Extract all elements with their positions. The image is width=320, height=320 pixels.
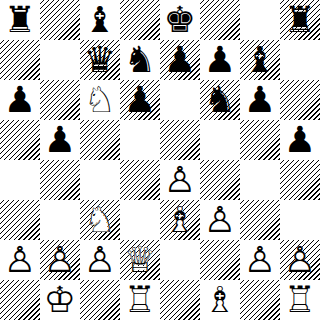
square-g7[interactable]: ♝ — [240, 40, 280, 80]
square-g8[interactable] — [240, 0, 280, 40]
piece-white-pawn: ♟♙ — [40, 240, 80, 280]
black-piece-glyph: ♝ — [80, 0, 120, 40]
black-piece-glyph: ♟ — [240, 80, 280, 120]
black-piece-glyph: ♜ — [0, 0, 40, 40]
square-b4[interactable] — [40, 160, 80, 200]
piece-white-pawn: ♟♙ — [160, 160, 200, 200]
white-piece-outline: ♘ — [80, 80, 120, 120]
square-c6[interactable]: ♞♘ — [80, 80, 120, 120]
black-piece-glyph: ♟ — [160, 40, 200, 80]
black-piece-glyph: ♟ — [40, 120, 80, 160]
square-c4[interactable] — [80, 160, 120, 200]
piece-black-pawn: ♟ — [160, 40, 200, 80]
square-c7[interactable]: ♛ — [80, 40, 120, 80]
black-piece-glyph: ♟ — [200, 40, 240, 80]
square-c1[interactable] — [80, 280, 120, 320]
square-e1[interactable] — [160, 280, 200, 320]
square-d2[interactable]: ♛♕ — [120, 240, 160, 280]
piece-white-rook: ♜♖ — [280, 280, 320, 320]
square-d6[interactable]: ♟ — [120, 80, 160, 120]
square-g2[interactable]: ♟♙ — [240, 240, 280, 280]
piece-black-knight: ♞ — [200, 80, 240, 120]
square-g3[interactable] — [240, 200, 280, 240]
square-g1[interactable] — [240, 280, 280, 320]
square-a5[interactable] — [0, 120, 40, 160]
piece-black-knight: ♞ — [120, 40, 160, 80]
square-b8[interactable] — [40, 0, 80, 40]
square-e4[interactable]: ♟♙ — [160, 160, 200, 200]
black-piece-glyph: ♟ — [120, 80, 160, 120]
piece-black-king: ♚ — [160, 0, 200, 40]
white-piece-outline: ♙ — [280, 240, 320, 280]
piece-black-pawn: ♟ — [120, 80, 160, 120]
black-piece-glyph: ♝ — [240, 40, 280, 80]
piece-white-knight: ♞♘ — [80, 80, 120, 120]
black-piece-glyph: ♞ — [120, 40, 160, 80]
square-e8[interactable]: ♚ — [160, 0, 200, 40]
square-b2[interactable]: ♟♙ — [40, 240, 80, 280]
square-f2[interactable] — [200, 240, 240, 280]
square-e6[interactable] — [160, 80, 200, 120]
square-g4[interactable] — [240, 160, 280, 200]
piece-white-bishop: ♝♗ — [200, 280, 240, 320]
square-b1[interactable]: ♚♔ — [40, 280, 80, 320]
square-h7[interactable] — [280, 40, 320, 80]
square-a1[interactable] — [0, 280, 40, 320]
piece-black-pawn: ♟ — [200, 40, 240, 80]
square-c8[interactable]: ♝ — [80, 0, 120, 40]
square-c2[interactable]: ♟♙ — [80, 240, 120, 280]
white-piece-outline: ♕ — [120, 240, 160, 280]
piece-black-bishop: ♝ — [80, 0, 120, 40]
square-h4[interactable] — [280, 160, 320, 200]
white-piece-outline: ♔ — [40, 280, 80, 320]
square-h6[interactable] — [280, 80, 320, 120]
piece-white-king: ♚♔ — [40, 280, 80, 320]
square-h3[interactable] — [280, 200, 320, 240]
piece-black-bishop: ♝ — [240, 40, 280, 80]
black-piece-glyph: ♞ — [200, 80, 240, 120]
square-d5[interactable] — [120, 120, 160, 160]
white-piece-outline: ♗ — [200, 280, 240, 320]
square-f4[interactable] — [200, 160, 240, 200]
black-piece-glyph: ♛ — [80, 40, 120, 80]
square-d3[interactable] — [120, 200, 160, 240]
piece-white-pawn: ♟♙ — [0, 240, 40, 280]
piece-white-pawn: ♟♙ — [240, 240, 280, 280]
square-e3[interactable]: ♝♗ — [160, 200, 200, 240]
black-piece-glyph: ♜ — [280, 0, 320, 40]
piece-white-pawn: ♟♙ — [80, 240, 120, 280]
square-c3[interactable]: ♞♘ — [80, 200, 120, 240]
piece-black-pawn: ♟ — [240, 80, 280, 120]
piece-black-rook: ♜ — [280, 0, 320, 40]
white-piece-outline: ♙ — [0, 240, 40, 280]
black-piece-glyph: ♟ — [0, 80, 40, 120]
piece-white-rook: ♜♖ — [120, 280, 160, 320]
square-b7[interactable] — [40, 40, 80, 80]
white-piece-outline: ♖ — [120, 280, 160, 320]
square-b3[interactable] — [40, 200, 80, 240]
piece-black-rook: ♜ — [0, 0, 40, 40]
white-piece-outline: ♖ — [280, 280, 320, 320]
square-e5[interactable] — [160, 120, 200, 160]
square-f3[interactable]: ♟♙ — [200, 200, 240, 240]
black-piece-glyph: ♚ — [160, 0, 200, 40]
piece-black-pawn: ♟ — [0, 80, 40, 120]
square-g5[interactable] — [240, 120, 280, 160]
square-f6[interactable]: ♞ — [200, 80, 240, 120]
square-f7[interactable]: ♟ — [200, 40, 240, 80]
square-a3[interactable] — [0, 200, 40, 240]
square-d8[interactable] — [120, 0, 160, 40]
square-a8[interactable]: ♜ — [0, 0, 40, 40]
square-f5[interactable] — [200, 120, 240, 160]
square-a4[interactable] — [0, 160, 40, 200]
square-d7[interactable]: ♞ — [120, 40, 160, 80]
chess-board: ♜♝♚♜♛♞♟♟♝♟♞♘♟♞♟♟♟♟♙♞♘♝♗♟♙♟♙♟♙♟♙♛♕♟♙♟♙♚♔♜… — [0, 0, 320, 320]
square-h5[interactable]: ♟ — [280, 120, 320, 160]
piece-white-pawn: ♟♙ — [200, 200, 240, 240]
square-b6[interactable] — [40, 80, 80, 120]
square-a6[interactable]: ♟ — [0, 80, 40, 120]
piece-white-knight: ♞♘ — [80, 200, 120, 240]
square-e7[interactable]: ♟ — [160, 40, 200, 80]
piece-white-bishop: ♝♗ — [160, 200, 200, 240]
square-a7[interactable] — [0, 40, 40, 80]
piece-black-queen: ♛ — [80, 40, 120, 80]
piece-white-pawn: ♟♙ — [280, 240, 320, 280]
square-f8[interactable] — [200, 0, 240, 40]
white-piece-outline: ♘ — [80, 200, 120, 240]
piece-white-queen: ♛♕ — [120, 240, 160, 280]
white-piece-outline: ♙ — [240, 240, 280, 280]
square-c5[interactable] — [80, 120, 120, 160]
square-f1[interactable]: ♝♗ — [200, 280, 240, 320]
white-piece-outline: ♗ — [160, 200, 200, 240]
square-d1[interactable]: ♜♖ — [120, 280, 160, 320]
piece-black-pawn: ♟ — [280, 120, 320, 160]
white-piece-outline: ♙ — [200, 200, 240, 240]
white-piece-outline: ♙ — [160, 160, 200, 200]
black-piece-glyph: ♟ — [280, 120, 320, 160]
white-piece-outline: ♙ — [80, 240, 120, 280]
square-a2[interactable]: ♟♙ — [0, 240, 40, 280]
square-d4[interactable] — [120, 160, 160, 200]
square-e2[interactable] — [160, 240, 200, 280]
square-h8[interactable]: ♜ — [280, 0, 320, 40]
white-piece-outline: ♙ — [40, 240, 80, 280]
square-h2[interactable]: ♟♙ — [280, 240, 320, 280]
piece-black-pawn: ♟ — [40, 120, 80, 160]
square-g6[interactable]: ♟ — [240, 80, 280, 120]
square-b5[interactable]: ♟ — [40, 120, 80, 160]
square-h1[interactable]: ♜♖ — [280, 280, 320, 320]
